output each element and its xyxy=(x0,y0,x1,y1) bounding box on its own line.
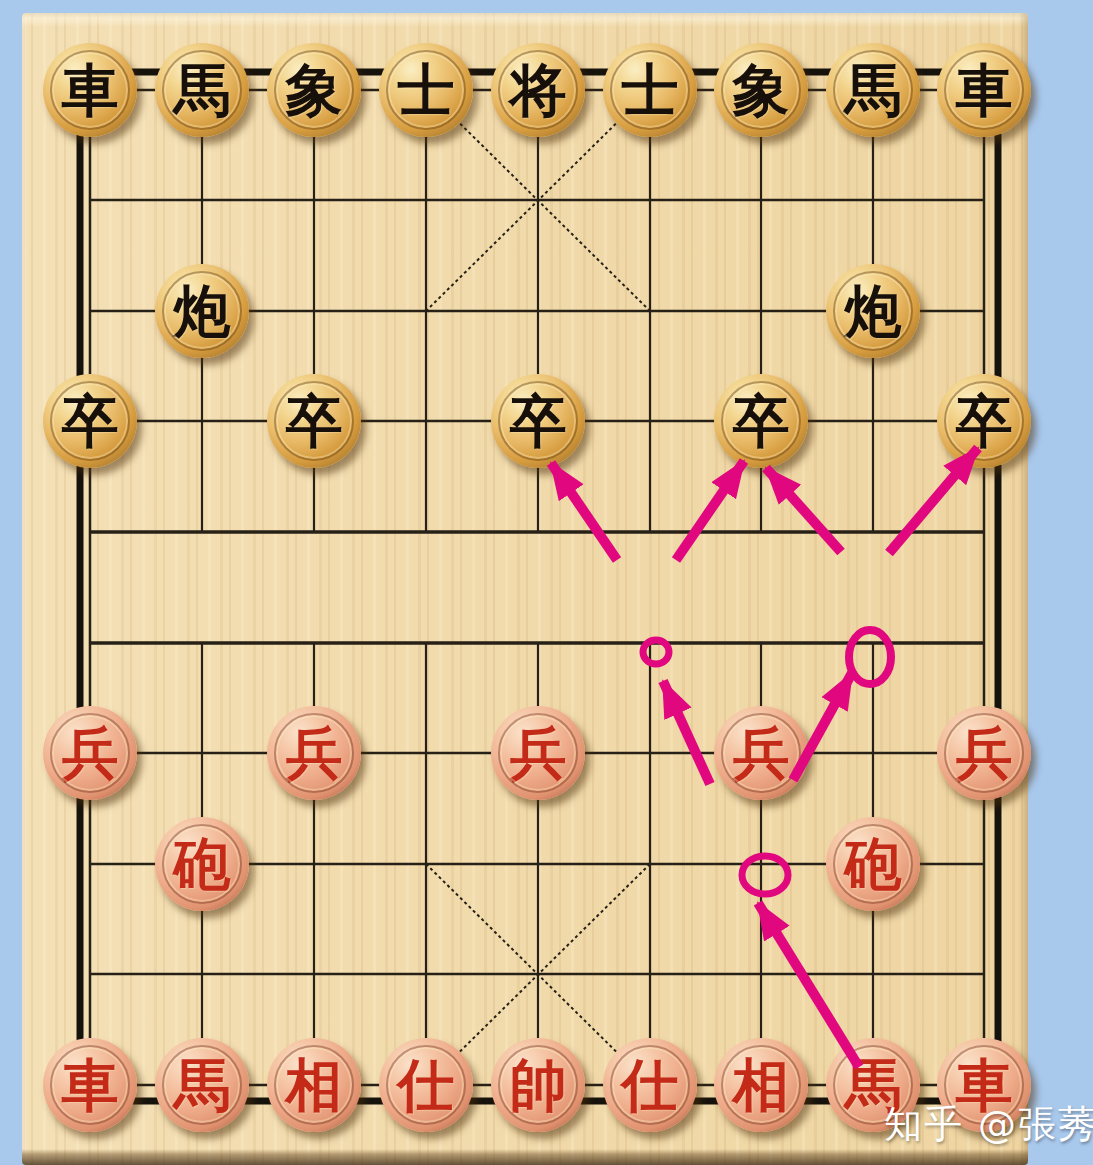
move-annotations xyxy=(0,0,1093,1165)
move-arrow xyxy=(551,463,617,560)
move-arrow xyxy=(766,468,841,552)
move-target-circle xyxy=(849,630,891,684)
move-arrow xyxy=(793,673,852,780)
watermark: 知乎 @張莠 xyxy=(884,1099,1093,1150)
move-arrow xyxy=(758,903,859,1067)
move-target-circle xyxy=(742,856,788,894)
move-arrow xyxy=(663,681,710,784)
move-arrow xyxy=(889,448,978,553)
xiangqi-board-screenshot: 車馬象士将士象馬車炮炮卒卒卒卒卒兵兵兵兵兵砲砲車馬相仕帥仕相馬車 知乎 @張莠 xyxy=(0,0,1093,1165)
move-arrow xyxy=(676,461,744,560)
move-target-circle xyxy=(643,640,669,664)
